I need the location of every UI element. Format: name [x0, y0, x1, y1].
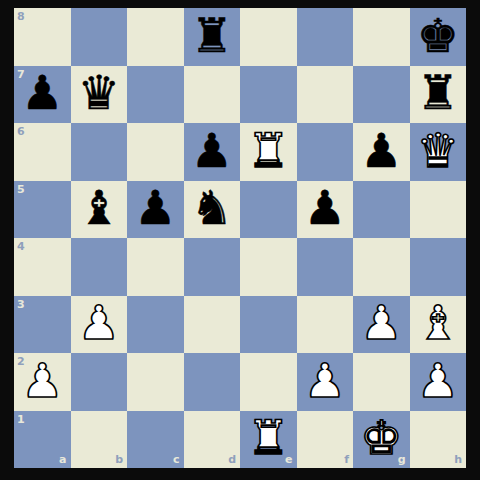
- white-bishop[interactable]: ♝: [417, 299, 459, 346]
- square-e3[interactable]: [240, 296, 297, 354]
- square-b7[interactable]: ♛: [71, 66, 128, 124]
- square-b5[interactable]: ♝: [71, 181, 128, 239]
- square-h5[interactable]: [410, 181, 467, 239]
- white-rook[interactable]: ♜: [247, 414, 289, 461]
- rank-label-8: 8: [17, 11, 25, 22]
- square-h3[interactable]: ♝: [410, 296, 467, 354]
- square-e5[interactable]: [240, 181, 297, 239]
- square-d4[interactable]: [184, 238, 241, 296]
- square-e8[interactable]: [240, 8, 297, 66]
- black-rook[interactable]: ♜: [417, 69, 459, 116]
- square-h1[interactable]: h: [410, 411, 467, 469]
- square-d2[interactable]: [184, 353, 241, 411]
- white-pawn[interactable]: ♟: [417, 357, 459, 404]
- square-e7[interactable]: [240, 66, 297, 124]
- rank-label-1: 1: [17, 414, 25, 425]
- black-pawn[interactable]: ♟: [304, 184, 346, 231]
- square-g2[interactable]: [353, 353, 410, 411]
- square-d5[interactable]: ♞: [184, 181, 241, 239]
- white-pawn[interactable]: ♟: [360, 299, 402, 346]
- black-king[interactable]: ♚: [417, 12, 459, 59]
- square-c1[interactable]: c: [127, 411, 184, 469]
- square-b4[interactable]: [71, 238, 128, 296]
- file-label-h: h: [454, 454, 462, 465]
- file-label-f: f: [344, 454, 349, 465]
- square-c3[interactable]: [127, 296, 184, 354]
- white-rook[interactable]: ♜: [247, 127, 289, 174]
- rank-label-5: 5: [17, 184, 25, 195]
- white-queen[interactable]: ♛: [417, 127, 459, 174]
- rank-label-4: 4: [17, 241, 25, 252]
- square-g8[interactable]: [353, 8, 410, 66]
- square-f3[interactable]: [297, 296, 354, 354]
- square-a6[interactable]: 6: [14, 123, 71, 181]
- square-f5[interactable]: ♟: [297, 181, 354, 239]
- square-b2[interactable]: [71, 353, 128, 411]
- file-label-c: c: [173, 454, 180, 465]
- square-d3[interactable]: [184, 296, 241, 354]
- square-a2[interactable]: 2♟: [14, 353, 71, 411]
- square-d7[interactable]: [184, 66, 241, 124]
- white-pawn[interactable]: ♟: [304, 357, 346, 404]
- square-f7[interactable]: [297, 66, 354, 124]
- square-d1[interactable]: d: [184, 411, 241, 469]
- square-b8[interactable]: [71, 8, 128, 66]
- chess-board: 8♜♚7♟♛♜6♟♜♟♛5♝♟♞♟43♟♟♝2♟♟♟1abcde♜fg♚h: [14, 8, 466, 468]
- square-f2[interactable]: ♟: [297, 353, 354, 411]
- file-label-b: b: [115, 454, 123, 465]
- square-g1[interactable]: g♚: [353, 411, 410, 469]
- rank-label-6: 6: [17, 126, 25, 137]
- square-g3[interactable]: ♟: [353, 296, 410, 354]
- square-a8[interactable]: 8: [14, 8, 71, 66]
- square-a5[interactable]: 5: [14, 181, 71, 239]
- black-bishop[interactable]: ♝: [78, 184, 120, 231]
- black-knight[interactable]: ♞: [191, 184, 233, 231]
- black-pawn[interactable]: ♟: [134, 184, 176, 231]
- board-frame: 8♜♚7♟♛♜6♟♜♟♛5♝♟♞♟43♟♟♝2♟♟♟1abcde♜fg♚h: [0, 0, 480, 480]
- square-c6[interactable]: [127, 123, 184, 181]
- square-b6[interactable]: [71, 123, 128, 181]
- square-e1[interactable]: e♜: [240, 411, 297, 469]
- file-label-a: a: [59, 454, 66, 465]
- black-queen[interactable]: ♛: [78, 69, 120, 116]
- square-a4[interactable]: 4: [14, 238, 71, 296]
- square-d6[interactable]: ♟: [184, 123, 241, 181]
- square-a3[interactable]: 3: [14, 296, 71, 354]
- square-g4[interactable]: [353, 238, 410, 296]
- square-h7[interactable]: ♜: [410, 66, 467, 124]
- square-h8[interactable]: ♚: [410, 8, 467, 66]
- square-h4[interactable]: [410, 238, 467, 296]
- square-c8[interactable]: [127, 8, 184, 66]
- white-pawn[interactable]: ♟: [21, 357, 63, 404]
- square-b3[interactable]: ♟: [71, 296, 128, 354]
- square-e2[interactable]: [240, 353, 297, 411]
- black-rook[interactable]: ♜: [191, 12, 233, 59]
- square-c5[interactable]: ♟: [127, 181, 184, 239]
- square-e4[interactable]: [240, 238, 297, 296]
- square-g5[interactable]: [353, 181, 410, 239]
- square-f8[interactable]: [297, 8, 354, 66]
- white-pawn[interactable]: ♟: [78, 299, 120, 346]
- square-f4[interactable]: [297, 238, 354, 296]
- square-b1[interactable]: b: [71, 411, 128, 469]
- file-label-d: d: [228, 454, 236, 465]
- square-h6[interactable]: ♛: [410, 123, 467, 181]
- black-pawn[interactable]: ♟: [360, 127, 402, 174]
- black-pawn[interactable]: ♟: [191, 127, 233, 174]
- square-a7[interactable]: 7♟: [14, 66, 71, 124]
- square-d8[interactable]: ♜: [184, 8, 241, 66]
- square-g7[interactable]: [353, 66, 410, 124]
- square-h2[interactable]: ♟: [410, 353, 467, 411]
- square-e6[interactable]: ♜: [240, 123, 297, 181]
- square-a1[interactable]: 1a: [14, 411, 71, 469]
- rank-label-3: 3: [17, 299, 25, 310]
- square-c2[interactable]: [127, 353, 184, 411]
- square-c4[interactable]: [127, 238, 184, 296]
- square-f1[interactable]: f: [297, 411, 354, 469]
- square-g6[interactable]: ♟: [353, 123, 410, 181]
- black-pawn[interactable]: ♟: [21, 69, 63, 116]
- square-f6[interactable]: [297, 123, 354, 181]
- square-c7[interactable]: [127, 66, 184, 124]
- white-king[interactable]: ♚: [360, 414, 402, 461]
